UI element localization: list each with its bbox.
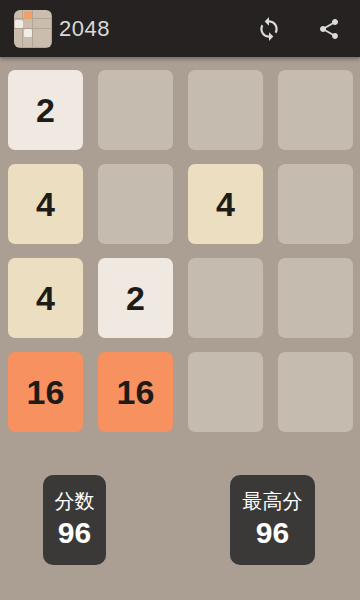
empty-cell-r4c4 (278, 352, 353, 432)
app-logo-mini-tile (24, 29, 32, 37)
best-score-label: 最高分 (243, 489, 303, 513)
app-logo-mini-tile (15, 20, 23, 28)
restart-button[interactable] (256, 16, 282, 42)
empty-cell-r1c3 (188, 70, 263, 150)
app-logo-icon (14, 10, 52, 48)
tile-2-r3c2: 2 (98, 258, 173, 338)
empty-cell-r3c4 (278, 258, 353, 338)
score-label: 分数 (55, 489, 95, 513)
tile-16-r4c2: 16 (98, 352, 173, 432)
app-logo-mini-tile (24, 11, 32, 19)
empty-cell-r1c2 (98, 70, 173, 150)
empty-cell-r4c3 (188, 352, 263, 432)
app-title: 2048 (59, 16, 110, 42)
empty-cell-r2c4 (278, 164, 353, 244)
tile-4-r2c3: 4 (188, 164, 263, 244)
tile-2-r1c1: 2 (8, 70, 83, 150)
score-badge: 分数 96 (43, 475, 106, 565)
empty-cell-r1c4 (278, 70, 353, 150)
refresh-icon (256, 16, 282, 42)
app-bar: 2048 (0, 0, 360, 57)
appbar-actions (256, 16, 341, 42)
empty-cell-r2c2 (98, 164, 173, 244)
tile-16-r4c1: 16 (8, 352, 83, 432)
tile-4-r3c1: 4 (8, 258, 83, 338)
board[interactable]: 244421616 (8, 70, 353, 432)
app-screen: 2048 244421616 分数 96 最高分 96 (0, 0, 360, 600)
tile-4-r2c1: 4 (8, 164, 83, 244)
best-score-value: 96 (256, 516, 289, 551)
best-score-badge: 最高分 96 (230, 475, 315, 565)
score-value: 96 (58, 516, 91, 551)
share-icon (317, 17, 341, 41)
empty-cell-r3c3 (188, 258, 263, 338)
share-button[interactable] (317, 17, 341, 41)
